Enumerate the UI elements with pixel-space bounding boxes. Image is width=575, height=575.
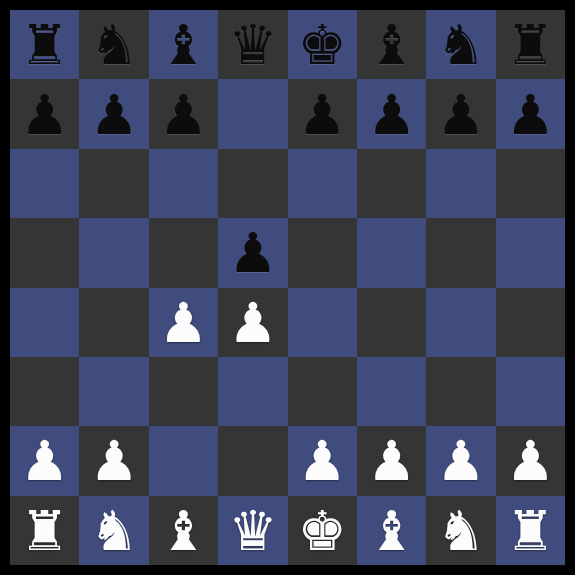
square-f6[interactable] bbox=[357, 149, 426, 218]
square-b6[interactable] bbox=[79, 149, 148, 218]
piece-white-pawn[interactable]: ♟ bbox=[159, 296, 208, 351]
square-b4[interactable] bbox=[79, 288, 148, 357]
square-e1[interactable]: ♚ bbox=[288, 496, 357, 565]
square-f8[interactable]: ♝ bbox=[357, 10, 426, 79]
square-h7[interactable]: ♟ bbox=[496, 79, 565, 148]
square-b5[interactable] bbox=[79, 218, 148, 287]
square-d1[interactable]: ♛ bbox=[218, 496, 287, 565]
piece-white-knight[interactable]: ♞ bbox=[89, 504, 138, 559]
square-b2[interactable]: ♟ bbox=[79, 426, 148, 495]
square-d2[interactable] bbox=[218, 426, 287, 495]
piece-white-pawn[interactable]: ♟ bbox=[436, 434, 485, 489]
square-c2[interactable] bbox=[149, 426, 218, 495]
square-c5[interactable] bbox=[149, 218, 218, 287]
square-a3[interactable] bbox=[10, 357, 79, 426]
square-h6[interactable] bbox=[496, 149, 565, 218]
piece-white-pawn[interactable]: ♟ bbox=[367, 434, 416, 489]
square-f7[interactable]: ♟ bbox=[357, 79, 426, 148]
square-a7[interactable]: ♟ bbox=[10, 79, 79, 148]
square-e6[interactable] bbox=[288, 149, 357, 218]
piece-white-bishop[interactable]: ♝ bbox=[367, 504, 416, 559]
square-b8[interactable]: ♞ bbox=[79, 10, 148, 79]
piece-black-knight[interactable]: ♞ bbox=[436, 18, 485, 73]
square-h1[interactable]: ♜ bbox=[496, 496, 565, 565]
piece-white-pawn[interactable]: ♟ bbox=[228, 296, 277, 351]
square-d6[interactable] bbox=[218, 149, 287, 218]
square-c8[interactable]: ♝ bbox=[149, 10, 218, 79]
piece-black-bishop[interactable]: ♝ bbox=[159, 18, 208, 73]
square-c3[interactable] bbox=[149, 357, 218, 426]
piece-white-pawn[interactable]: ♟ bbox=[89, 434, 138, 489]
square-g1[interactable]: ♞ bbox=[426, 496, 495, 565]
square-c1[interactable]: ♝ bbox=[149, 496, 218, 565]
square-e8[interactable]: ♚ bbox=[288, 10, 357, 79]
square-d3[interactable] bbox=[218, 357, 287, 426]
piece-white-rook[interactable]: ♜ bbox=[506, 504, 555, 559]
square-a6[interactable] bbox=[10, 149, 79, 218]
piece-white-rook[interactable]: ♜ bbox=[20, 504, 69, 559]
square-g3[interactable] bbox=[426, 357, 495, 426]
square-h5[interactable] bbox=[496, 218, 565, 287]
square-h2[interactable]: ♟ bbox=[496, 426, 565, 495]
square-a4[interactable] bbox=[10, 288, 79, 357]
piece-white-pawn[interactable]: ♟ bbox=[298, 434, 347, 489]
square-e5[interactable] bbox=[288, 218, 357, 287]
square-g7[interactable]: ♟ bbox=[426, 79, 495, 148]
chess-app-frame: ♜♞♝♛♚♝♞♜♟♟♟♟♟♟♟♟♟♟♟♟♟♟♟♟♜♞♝♛♚♝♞♜ bbox=[0, 0, 575, 575]
square-f3[interactable] bbox=[357, 357, 426, 426]
chess-board: ♜♞♝♛♚♝♞♜♟♟♟♟♟♟♟♟♟♟♟♟♟♟♟♟♜♞♝♛♚♝♞♜ bbox=[10, 10, 565, 565]
square-g6[interactable] bbox=[426, 149, 495, 218]
piece-black-rook[interactable]: ♜ bbox=[506, 18, 555, 73]
piece-black-pawn[interactable]: ♟ bbox=[20, 88, 69, 143]
piece-black-pawn[interactable]: ♟ bbox=[228, 226, 277, 281]
piece-black-queen[interactable]: ♛ bbox=[228, 18, 277, 73]
square-c6[interactable] bbox=[149, 149, 218, 218]
square-d5[interactable]: ♟ bbox=[218, 218, 287, 287]
square-g5[interactable] bbox=[426, 218, 495, 287]
square-f5[interactable] bbox=[357, 218, 426, 287]
square-f4[interactable] bbox=[357, 288, 426, 357]
piece-white-knight[interactable]: ♞ bbox=[436, 504, 485, 559]
square-f2[interactable]: ♟ bbox=[357, 426, 426, 495]
square-e2[interactable]: ♟ bbox=[288, 426, 357, 495]
square-a1[interactable]: ♜ bbox=[10, 496, 79, 565]
square-h3[interactable] bbox=[496, 357, 565, 426]
square-d4[interactable]: ♟ bbox=[218, 288, 287, 357]
piece-white-bishop[interactable]: ♝ bbox=[159, 504, 208, 559]
square-b7[interactable]: ♟ bbox=[79, 79, 148, 148]
piece-black-pawn[interactable]: ♟ bbox=[89, 88, 138, 143]
piece-black-rook[interactable]: ♜ bbox=[20, 18, 69, 73]
square-d7[interactable] bbox=[218, 79, 287, 148]
piece-black-king[interactable]: ♚ bbox=[298, 18, 347, 73]
square-h4[interactable] bbox=[496, 288, 565, 357]
square-g2[interactable]: ♟ bbox=[426, 426, 495, 495]
square-h8[interactable]: ♜ bbox=[496, 10, 565, 79]
square-a5[interactable] bbox=[10, 218, 79, 287]
piece-black-bishop[interactable]: ♝ bbox=[367, 18, 416, 73]
square-d8[interactable]: ♛ bbox=[218, 10, 287, 79]
piece-white-king[interactable]: ♚ bbox=[298, 504, 347, 559]
square-e4[interactable] bbox=[288, 288, 357, 357]
square-b3[interactable] bbox=[79, 357, 148, 426]
square-g4[interactable] bbox=[426, 288, 495, 357]
piece-black-pawn[interactable]: ♟ bbox=[159, 88, 208, 143]
square-c7[interactable]: ♟ bbox=[149, 79, 218, 148]
square-b1[interactable]: ♞ bbox=[79, 496, 148, 565]
piece-black-knight[interactable]: ♞ bbox=[89, 18, 138, 73]
square-e7[interactable]: ♟ bbox=[288, 79, 357, 148]
piece-black-pawn[interactable]: ♟ bbox=[298, 88, 347, 143]
square-c4[interactable]: ♟ bbox=[149, 288, 218, 357]
square-f1[interactable]: ♝ bbox=[357, 496, 426, 565]
piece-black-pawn[interactable]: ♟ bbox=[367, 88, 416, 143]
square-g8[interactable]: ♞ bbox=[426, 10, 495, 79]
piece-black-pawn[interactable]: ♟ bbox=[506, 88, 555, 143]
square-a2[interactable]: ♟ bbox=[10, 426, 79, 495]
piece-white-pawn[interactable]: ♟ bbox=[506, 434, 555, 489]
piece-white-pawn[interactable]: ♟ bbox=[20, 434, 69, 489]
square-e3[interactable] bbox=[288, 357, 357, 426]
piece-white-queen[interactable]: ♛ bbox=[228, 504, 277, 559]
square-a8[interactable]: ♜ bbox=[10, 10, 79, 79]
piece-black-pawn[interactable]: ♟ bbox=[436, 88, 485, 143]
